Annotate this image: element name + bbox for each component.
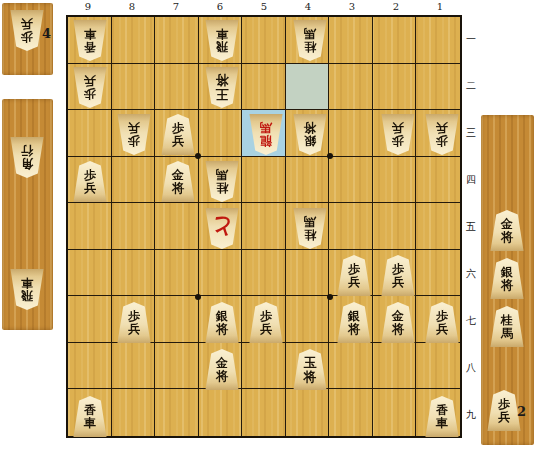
piece-kanji: 飛 — [21, 290, 33, 303]
square-3-3[interactable] — [329, 110, 373, 157]
square-3-5[interactable] — [329, 203, 373, 250]
rank-label-4: 四 — [463, 156, 479, 203]
piece-kanji: と — [211, 217, 234, 241]
square-8-5[interactable] — [112, 203, 156, 250]
sente-silver-piece[interactable]: 銀将 — [489, 258, 525, 299]
square-7-7[interactable] — [155, 296, 199, 343]
piece-kanji: 将 — [392, 323, 404, 336]
file-label-7: 7 — [154, 1, 198, 14]
square-1-5[interactable] — [416, 203, 460, 250]
piece-kanji: 香 — [436, 404, 448, 417]
piece-kanji: 兵 — [498, 411, 510, 424]
piece-kanji: 金 — [501, 218, 513, 231]
square-4-4[interactable] — [286, 157, 330, 204]
square-3-1[interactable] — [329, 17, 373, 64]
square-8-8[interactable] — [112, 343, 156, 390]
star-point — [327, 153, 333, 159]
square-1-8[interactable] — [416, 343, 460, 390]
sente-pawn-count: 2 — [517, 404, 526, 419]
square-1-6[interactable] — [416, 250, 460, 297]
piece-kanji: 兵 — [128, 323, 140, 336]
piece-kanji: 将 — [216, 323, 228, 336]
square-2-2[interactable] — [373, 64, 417, 111]
piece-kanji: 銀 — [348, 310, 360, 323]
piece-kanji: 銀 — [501, 266, 513, 279]
file-labels: 987654321 — [66, 1, 462, 14]
piece-kanji: 歩 — [392, 135, 404, 148]
square-6-6[interactable] — [199, 250, 243, 297]
sente-gold-piece[interactable]: 金将 — [489, 210, 525, 251]
file-label-9: 9 — [66, 1, 110, 14]
piece-kanji: 桂 — [304, 229, 316, 242]
square-5-6[interactable] — [242, 250, 286, 297]
piece-kanji: 将 — [172, 182, 184, 195]
piece-kanji: 兵 — [392, 276, 404, 289]
piece-kanji: 歩 — [392, 263, 404, 276]
rank-label-1: 一 — [463, 15, 479, 62]
square-4-6[interactable] — [286, 250, 330, 297]
square-4-7[interactable] — [286, 296, 330, 343]
square-5-5[interactable] — [242, 203, 286, 250]
piece-kanji: 角 — [21, 158, 33, 171]
piece-kanji: 桂 — [216, 182, 228, 195]
piece-kanji: 兵 — [348, 276, 360, 289]
square-3-2[interactable] — [329, 64, 373, 111]
piece-kanji: 行 — [21, 145, 33, 158]
piece-kanji: 歩 — [436, 310, 448, 323]
piece-kanji: 龍 — [260, 135, 272, 148]
piece-kanji: 兵 — [172, 135, 184, 148]
square-5-8[interactable] — [242, 343, 286, 390]
piece-kanji: 金 — [216, 357, 228, 370]
piece-kanji: 香 — [84, 404, 96, 417]
piece-kanji: 馬 — [304, 28, 316, 41]
piece-kanji: 馬 — [501, 327, 513, 340]
square-1-4[interactable] — [416, 157, 460, 204]
piece-kanji: 歩 — [172, 122, 184, 135]
piece-kanji: 兵 — [21, 18, 33, 31]
square-8-1[interactable] — [112, 17, 156, 64]
file-label-1: 1 — [418, 1, 462, 14]
piece-kanji: 歩 — [84, 88, 96, 101]
piece-kanji: 兵 — [128, 122, 140, 135]
piece-kanji: 歩 — [21, 31, 33, 44]
piece-kanji: 金 — [172, 169, 184, 182]
square-2-4[interactable] — [373, 157, 417, 204]
piece-kanji: 香 — [84, 41, 96, 54]
piece-kanji: 兵 — [260, 323, 272, 336]
rank-label-6: 六 — [463, 250, 479, 297]
square-9-8[interactable] — [68, 343, 112, 390]
rank-label-5: 五 — [463, 203, 479, 250]
file-label-3: 3 — [330, 1, 374, 14]
square-6-9[interactable] — [199, 389, 243, 436]
piece-kanji: 将 — [501, 279, 513, 292]
rank-label-2: 二 — [463, 62, 479, 109]
square-9-7[interactable] — [68, 296, 112, 343]
square-5-4[interactable] — [242, 157, 286, 204]
piece-kanji: 車 — [84, 28, 96, 41]
piece-kanji: 馬 — [216, 169, 228, 182]
piece-kanji: 歩 — [348, 263, 360, 276]
gote-hand-tray-majors: 角行飛車 — [2, 99, 53, 330]
gote-pawn-piece[interactable]: 歩兵 — [9, 10, 45, 51]
piece-kanji: 車 — [216, 28, 228, 41]
square-7-6[interactable] — [155, 250, 199, 297]
square-4-9[interactable] — [286, 389, 330, 436]
piece-kanji: 将 — [304, 122, 316, 135]
piece-kanji: 将 — [216, 370, 228, 383]
square-7-5[interactable] — [155, 203, 199, 250]
rank-label-3: 三 — [463, 109, 479, 156]
piece-kanji: 馬 — [304, 216, 316, 229]
rank-labels: 一二三四五六七八九 — [463, 15, 479, 438]
file-label-6: 6 — [198, 1, 242, 14]
square-5-2[interactable] — [242, 64, 286, 111]
square-8-4[interactable] — [112, 157, 156, 204]
board-grid — [68, 17, 460, 436]
square-1-1[interactable] — [416, 17, 460, 64]
gote-bishop-piece[interactable]: 角行 — [9, 137, 45, 178]
piece-kanji: 飛 — [216, 41, 228, 54]
square-9-6[interactable] — [68, 250, 112, 297]
piece-kanji: 馬 — [260, 122, 272, 135]
square-2-5[interactable] — [373, 203, 417, 250]
rank-label-7: 七 — [463, 297, 479, 344]
piece-kanji: 将 — [216, 74, 229, 88]
star-point — [195, 294, 201, 300]
rank-label-8: 八 — [463, 344, 479, 391]
piece-kanji: 兵 — [436, 323, 448, 336]
square-8-2[interactable] — [112, 64, 156, 111]
sente-knight-piece[interactable]: 桂馬 — [489, 306, 525, 347]
square-7-2[interactable] — [155, 64, 199, 111]
file-label-2: 2 — [374, 1, 418, 14]
piece-kanji: 桂 — [501, 314, 513, 327]
square-2-1[interactable] — [373, 17, 417, 64]
shogi-board: 香車飛車桂馬歩兵王将歩兵歩兵龍馬銀将歩兵歩兵歩兵金将桂馬と桂馬歩兵歩兵歩兵銀将歩… — [66, 15, 462, 438]
square-3-4[interactable] — [329, 157, 373, 204]
gote-rook-piece[interactable]: 飛車 — [9, 269, 45, 310]
piece-kanji: 兵 — [84, 182, 96, 195]
piece-kanji: 金 — [392, 310, 404, 323]
square-8-6[interactable] — [112, 250, 156, 297]
gote-pawn-count: 4 — [42, 26, 51, 41]
square-5-1[interactable] — [242, 17, 286, 64]
square-7-8[interactable] — [155, 343, 199, 390]
piece-kanji: 兵 — [436, 122, 448, 135]
square-3-9[interactable] — [329, 389, 373, 436]
star-point — [195, 153, 201, 159]
piece-kanji: 車 — [436, 417, 448, 430]
piece-kanji: 銀 — [216, 310, 228, 323]
square-8-9[interactable] — [112, 389, 156, 436]
shogi-app: 987654321 一二三四五六七八九 香車飛車桂馬歩兵王将歩兵歩兵龍馬銀将歩兵… — [0, 0, 534, 450]
square-2-9[interactable] — [373, 389, 417, 436]
square-3-8[interactable] — [329, 343, 373, 390]
piece-kanji: 将 — [501, 231, 513, 244]
rank-label-9: 九 — [463, 391, 479, 438]
piece-kanji: 歩 — [128, 135, 140, 148]
square-1-2[interactable] — [416, 64, 460, 111]
square-7-9[interactable] — [155, 389, 199, 436]
gote-hand-tray-pawns: 歩兵4 — [2, 3, 53, 75]
piece-kanji: 将 — [348, 323, 360, 336]
file-label-8: 8 — [110, 1, 154, 14]
piece-kanji: 銀 — [304, 135, 316, 148]
sente-hand-tray: 金将銀将桂馬歩兵2 — [481, 115, 534, 445]
square-9-3[interactable] — [68, 110, 112, 157]
piece-kanji: 歩 — [260, 310, 272, 323]
square-6-3[interactable] — [199, 110, 243, 157]
file-label-4: 4 — [286, 1, 330, 14]
square-4-2-last-move-from[interactable] — [286, 64, 330, 111]
square-5-9[interactable] — [242, 389, 286, 436]
piece-kanji: 将 — [304, 370, 317, 384]
piece-kanji: 歩 — [436, 135, 448, 148]
square-2-8[interactable] — [373, 343, 417, 390]
square-7-1[interactable] — [155, 17, 199, 64]
piece-kanji: 兵 — [392, 122, 404, 135]
piece-kanji: 歩 — [498, 398, 510, 411]
piece-kanji: 歩 — [84, 169, 96, 182]
square-9-5[interactable] — [68, 203, 112, 250]
piece-kanji: 王 — [216, 88, 229, 102]
file-label-5: 5 — [242, 1, 286, 14]
piece-kanji: 歩 — [128, 310, 140, 323]
piece-kanji: 車 — [21, 277, 33, 290]
piece-kanji: 桂 — [304, 41, 316, 54]
piece-kanji: 兵 — [84, 75, 96, 88]
piece-kanji: 車 — [84, 417, 96, 430]
star-point — [327, 294, 333, 300]
piece-kanji: 玉 — [304, 356, 317, 370]
